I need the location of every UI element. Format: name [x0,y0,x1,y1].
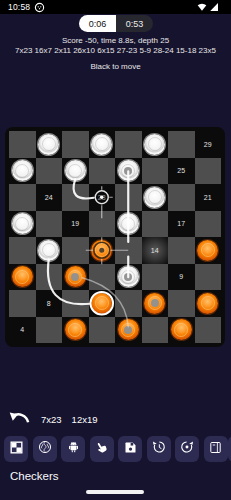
orange-piece[interactable] [197,240,218,261]
wifi-icon [197,0,207,16]
app-screen: 10:58 0:06 0:53 Score -50, time 8.8s, de… [0,0,231,500]
square-14[interactable]: 14 [142,237,169,264]
inert-square [142,317,169,344]
save-icon [123,440,138,459]
white-piece[interactable] [65,160,86,181]
square-5[interactable] [195,290,222,317]
inert-square [115,184,142,211]
white-piece[interactable] [12,160,33,181]
square-29[interactable]: 29 [195,131,222,158]
inert-square [168,290,195,317]
square-number: 21 [195,184,222,211]
square-8[interactable]: 8 [36,290,63,317]
white-piece[interactable] [118,213,139,234]
white-piece[interactable] [38,134,59,155]
inert-square [89,264,116,291]
legal-move-1[interactable]: 7x23 [41,414,62,425]
inert-square [62,290,89,317]
inert-square [195,158,222,185]
checkers-board: 2925242321191714984 [5,127,225,347]
square-30[interactable] [142,131,169,158]
inert-square [36,264,63,291]
square-6[interactable] [142,290,169,317]
inert-square [62,184,89,211]
square-2[interactable] [115,317,142,344]
journal-icon [208,440,223,459]
engine-score-line: Score -50, time 8.8s, depth 25 [0,36,231,45]
inert-square [9,237,36,264]
square-number: 25 [168,158,195,185]
square-number: 17 [168,211,195,238]
inert-square [195,211,222,238]
checkerboard-icon [9,440,24,459]
square-4[interactable]: 4 [9,317,36,344]
square-number: 9 [168,264,195,291]
square-19[interactable]: 19 [62,211,89,238]
white-piece[interactable] [91,134,112,155]
square-10[interactable] [115,264,142,291]
inert-square [9,184,36,211]
legal-move-2[interactable]: 12x19 [72,414,98,425]
inert-square [168,184,195,211]
app-title: Checkers [10,470,59,482]
square-7[interactable] [89,290,116,317]
inert-square [142,158,169,185]
orange-piece[interactable] [12,266,33,287]
square-27[interactable] [62,158,89,185]
inert-square [9,131,36,158]
turn-indicator: Black to move [0,62,231,71]
inert-square [195,264,222,291]
square-11[interactable] [62,264,89,291]
square-12[interactable] [9,264,36,291]
history-icon [151,439,167,459]
human-move-button[interactable] [90,436,114,462]
undo-button[interactable] [8,409,31,429]
square-31[interactable] [89,131,116,158]
square-3[interactable] [62,317,89,344]
board-grid: 2925242321191714984 [9,131,221,343]
white-clock: 0:06 [79,15,116,32]
square-23[interactable]: 23 [89,184,116,211]
square-26[interactable] [115,158,142,185]
status-bar: 10:58 [0,0,231,14]
inert-square [36,158,63,185]
undo-icon [8,409,31,429]
restore-button[interactable] [175,436,199,462]
square-13[interactable] [195,237,222,264]
white-piece[interactable] [12,213,33,234]
inert-square [142,211,169,238]
move-dot-marker [124,273,132,281]
hand-pointer-icon [94,440,109,459]
computer-play-button[interactable] [61,436,85,462]
inert-square [195,317,222,344]
engine-button[interactable] [33,436,57,462]
history-button[interactable] [147,436,171,462]
square-17[interactable]: 17 [168,211,195,238]
square-16[interactable] [36,237,63,264]
inert-square [62,131,89,158]
inert-square [168,131,195,158]
square-number: 29 [195,131,222,158]
square-number: 23 [89,184,116,211]
inert-square [142,264,169,291]
notation-button[interactable] [204,436,228,462]
inert-square [36,317,63,344]
square-number: 14 [142,237,169,264]
square-15[interactable] [89,237,116,264]
data-saver-icon [34,2,45,13]
board-setup-button[interactable] [4,436,28,462]
inert-square [9,290,36,317]
square-22[interactable] [142,184,169,211]
square-28[interactable] [9,158,36,185]
square-number: 8 [36,290,63,317]
orange-piece[interactable] [171,319,192,340]
white-piece[interactable] [38,240,59,261]
orange-piece[interactable] [197,293,218,314]
square-20[interactable] [9,211,36,238]
orange-piece[interactable] [65,319,86,340]
inert-square [115,237,142,264]
square-number: 24 [36,184,63,211]
orange-piece[interactable] [65,266,86,287]
orange-piece[interactable] [118,319,139,340]
inert-square [115,290,142,317]
move-dot-marker [124,167,132,175]
backup-restore-icon [179,439,195,459]
orange-piece[interactable] [91,293,112,314]
black-clock: 0:53 [116,15,153,32]
square-18[interactable] [115,211,142,238]
inert-square [89,158,116,185]
square-number: 4 [9,317,36,344]
clock-display: 0:06 0:53 [79,15,153,32]
inert-square [115,131,142,158]
moves-row: 7x23 12x19 [8,410,98,428]
save-button[interactable] [118,436,142,462]
square-32[interactable] [36,131,63,158]
status-time: 10:58 [8,2,30,12]
brain-icon [37,439,53,459]
move-dot-marker [71,273,79,281]
white-piece[interactable] [118,266,139,287]
inert-square [168,237,195,264]
square-number: 19 [62,211,89,238]
android-icon [66,440,81,459]
toolbar [4,436,228,462]
move-dot-marker [124,326,132,334]
gesture-nav-handle[interactable] [86,490,144,494]
overflow-button[interactable] [228,436,231,462]
orange-piece[interactable] [144,293,165,314]
engine-pv-line: 7x23 16x7 2x11 26x10 6x15 27-23 5-9 28-2… [0,46,231,55]
signal-icon [209,0,219,16]
square-9[interactable]: 9 [168,264,195,291]
inert-square [89,211,116,238]
white-piece[interactable] [144,134,165,155]
inert-square [89,317,116,344]
square-1[interactable] [168,317,195,344]
square-24[interactable]: 24 [36,184,63,211]
inert-square [62,237,89,264]
white-piece[interactable] [118,160,139,181]
white-piece[interactable] [144,187,165,208]
square-25[interactable]: 25 [168,158,195,185]
square-21[interactable]: 21 [195,184,222,211]
inert-square [36,211,63,238]
orange-piece[interactable] [91,240,112,261]
move-dot-marker [151,299,159,307]
